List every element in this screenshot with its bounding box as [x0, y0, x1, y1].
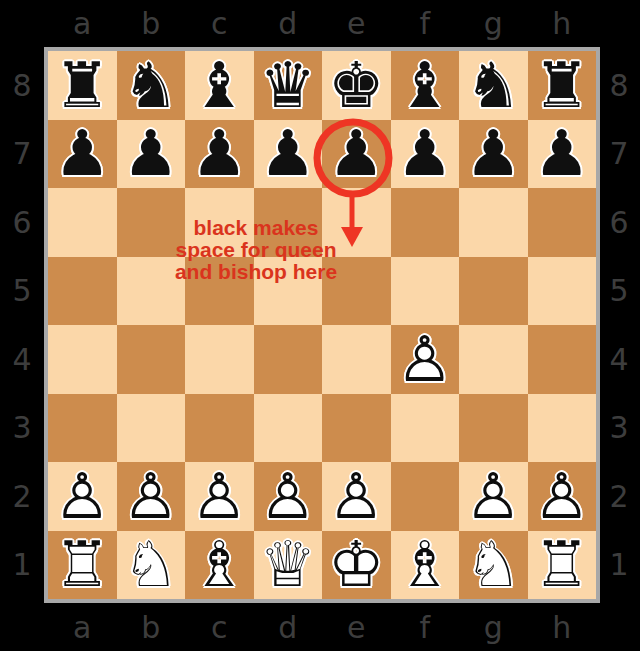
- square-h3[interactable]: [528, 394, 597, 463]
- square-b3[interactable]: [117, 394, 186, 463]
- rank-label-3: 3: [0, 394, 44, 463]
- file-label-g: g: [459, 2, 528, 44]
- file-label-c: c: [185, 605, 254, 649]
- annotation-line-1: black makes: [146, 217, 366, 239]
- black-queen-d8[interactable]: ♛: [254, 51, 323, 120]
- square-g8[interactable]: ♞: [459, 51, 528, 120]
- square-c1[interactable]: ♝♗: [185, 531, 254, 600]
- square-e4[interactable]: [322, 325, 391, 394]
- white-bishop-f1[interactable]: ♝♗: [391, 531, 460, 600]
- square-g4[interactable]: [459, 325, 528, 394]
- file-label-a: a: [48, 605, 117, 649]
- black-rook-h8[interactable]: ♜: [528, 51, 597, 120]
- white-pawn-f4[interactable]: ♟♙: [391, 325, 460, 394]
- black-rook-glyph: ♜: [528, 51, 597, 120]
- square-g1[interactable]: ♞♘: [459, 531, 528, 600]
- rank-label-5: 5: [600, 257, 638, 326]
- square-e1[interactable]: ♚♔: [322, 531, 391, 600]
- square-a4[interactable]: [48, 325, 117, 394]
- white-pawn-g2[interactable]: ♟♙: [459, 462, 528, 531]
- chess-diagram: a b c d e f g h 8 7 6 5 4 3 2 1 ♜♞♝♛♚♝♞♜…: [0, 0, 640, 651]
- square-e2[interactable]: ♟♙: [322, 462, 391, 531]
- file-label-e: e: [322, 2, 391, 44]
- square-g5[interactable]: [459, 257, 528, 326]
- file-label-c: c: [185, 2, 254, 44]
- annotation-line-3: and bishop here: [146, 261, 366, 283]
- black-king-glyph: ♚: [322, 51, 391, 120]
- black-pawn-glyph: ♟: [117, 120, 186, 189]
- black-bishop-c8[interactable]: ♝: [185, 51, 254, 120]
- square-d2[interactable]: ♟♙: [254, 462, 323, 531]
- square-f4[interactable]: ♟♙: [391, 325, 460, 394]
- annotation-text: black makes space for queen and bishop h…: [146, 217, 366, 283]
- white-king-outline-glyph: ♔: [322, 531, 391, 600]
- black-pawn-glyph: ♟: [254, 120, 323, 189]
- rank-label-2: 2: [600, 462, 638, 531]
- square-g6[interactable]: [459, 188, 528, 257]
- square-c8[interactable]: ♝: [185, 51, 254, 120]
- rank-label-5: 5: [0, 257, 44, 326]
- square-f1[interactable]: ♝♗: [391, 531, 460, 600]
- square-h6[interactable]: [528, 188, 597, 257]
- square-h8[interactable]: ♜: [528, 51, 597, 120]
- white-pawn-outline-glyph: ♙: [48, 462, 117, 531]
- square-b8[interactable]: ♞: [117, 51, 186, 120]
- white-pawn-outline-glyph: ♙: [185, 462, 254, 531]
- black-bishop-glyph: ♝: [391, 51, 460, 120]
- white-pawn-d2[interactable]: ♟♙: [254, 462, 323, 531]
- white-bishop-outline-glyph: ♗: [185, 531, 254, 600]
- square-e7[interactable]: ♟: [322, 120, 391, 189]
- white-pawn-c2[interactable]: ♟♙: [185, 462, 254, 531]
- black-queen-glyph: ♛: [254, 51, 323, 120]
- square-c4[interactable]: [185, 325, 254, 394]
- file-label-e: e: [322, 605, 391, 649]
- square-h4[interactable]: [528, 325, 597, 394]
- square-g7[interactable]: ♟: [459, 120, 528, 189]
- rank-label-1: 1: [600, 531, 638, 600]
- white-king-e1[interactable]: ♚♔: [322, 531, 391, 600]
- rank-label-4: 4: [0, 325, 44, 394]
- white-rook-outline-glyph: ♖: [48, 531, 117, 600]
- black-knight-glyph: ♞: [117, 51, 186, 120]
- black-pawn-glyph: ♟: [185, 120, 254, 189]
- black-pawn-h7[interactable]: ♟: [528, 120, 597, 189]
- square-h1[interactable]: ♜♖: [528, 531, 597, 600]
- square-h2[interactable]: ♟♙: [528, 462, 597, 531]
- black-pawn-f7[interactable]: ♟: [391, 120, 460, 189]
- white-queen-d1[interactable]: ♛♕: [254, 531, 323, 600]
- square-d8[interactable]: ♛: [254, 51, 323, 120]
- square-f7[interactable]: ♟: [391, 120, 460, 189]
- square-a2[interactable]: ♟♙: [48, 462, 117, 531]
- black-knight-glyph: ♞: [459, 51, 528, 120]
- square-b1[interactable]: ♞♘: [117, 531, 186, 600]
- white-pawn-outline-glyph: ♙: [254, 462, 323, 531]
- square-a1[interactable]: ♜♖: [48, 531, 117, 600]
- rank-label-4: 4: [600, 325, 638, 394]
- black-pawn-glyph: ♟: [322, 120, 391, 189]
- black-king-e8[interactable]: ♚: [322, 51, 391, 120]
- white-pawn-a2[interactable]: ♟♙: [48, 462, 117, 531]
- white-pawn-b2[interactable]: ♟♙: [117, 462, 186, 531]
- black-pawn-a7[interactable]: ♟: [48, 120, 117, 189]
- white-pawn-e2[interactable]: ♟♙: [322, 462, 391, 531]
- square-f3[interactable]: [391, 394, 460, 463]
- white-knight-outline-glyph: ♘: [459, 531, 528, 600]
- square-e8[interactable]: ♚: [322, 51, 391, 120]
- black-knight-g8[interactable]: ♞: [459, 51, 528, 120]
- file-labels-top: a b c d e f g h: [48, 2, 596, 44]
- square-f6[interactable]: [391, 188, 460, 257]
- file-label-g: g: [459, 605, 528, 649]
- file-label-h: h: [528, 605, 597, 649]
- rank-label-6: 6: [600, 188, 638, 257]
- white-rook-h1[interactable]: ♜♖: [528, 531, 597, 600]
- white-knight-outline-glyph: ♘: [117, 531, 186, 600]
- square-d3[interactable]: [254, 394, 323, 463]
- square-h7[interactable]: ♟: [528, 120, 597, 189]
- white-pawn-outline-glyph: ♙: [322, 462, 391, 531]
- white-rook-a1[interactable]: ♜♖: [48, 531, 117, 600]
- rank-labels-right: 8 7 6 5 4 3 2 1: [600, 51, 638, 599]
- file-label-b: b: [117, 605, 186, 649]
- rank-label-7: 7: [0, 120, 44, 189]
- square-b7[interactable]: ♟: [117, 120, 186, 189]
- square-a3[interactable]: [48, 394, 117, 463]
- square-c7[interactable]: ♟: [185, 120, 254, 189]
- rank-label-2: 2: [0, 462, 44, 531]
- white-pawn-h2[interactable]: ♟♙: [528, 462, 597, 531]
- black-pawn-e7[interactable]: ♟: [322, 120, 391, 189]
- black-knight-b8[interactable]: ♞: [117, 51, 186, 120]
- square-b2[interactable]: ♟♙: [117, 462, 186, 531]
- white-pawn-outline-glyph: ♙: [459, 462, 528, 531]
- white-pawn-outline-glyph: ♙: [528, 462, 597, 531]
- black-pawn-g7[interactable]: ♟: [459, 120, 528, 189]
- file-label-d: d: [254, 2, 323, 44]
- white-bishop-c1[interactable]: ♝♗: [185, 531, 254, 600]
- black-pawn-glyph: ♟: [459, 120, 528, 189]
- black-pawn-c7[interactable]: ♟: [185, 120, 254, 189]
- black-pawn-glyph: ♟: [391, 120, 460, 189]
- square-c2[interactable]: ♟♙: [185, 462, 254, 531]
- black-bishop-glyph: ♝: [185, 51, 254, 120]
- file-label-a: a: [48, 2, 117, 44]
- file-label-h: h: [528, 2, 597, 44]
- square-f5[interactable]: [391, 257, 460, 326]
- square-a6[interactable]: [48, 188, 117, 257]
- square-h5[interactable]: [528, 257, 597, 326]
- white-queen-outline-glyph: ♕: [254, 531, 323, 600]
- square-e3[interactable]: [322, 394, 391, 463]
- square-d7[interactable]: ♟: [254, 120, 323, 189]
- rank-label-3: 3: [600, 394, 638, 463]
- file-label-b: b: [117, 2, 186, 44]
- black-pawn-glyph: ♟: [48, 120, 117, 189]
- board: ♜♞♝♛♚♝♞♜♟♟♟♟♟♟♟♟♟♙♟♙♟♙♟♙♟♙♟♙♟♙♟♙♜♖♞♘♝♗♛♕…: [44, 47, 600, 603]
- rank-label-8: 8: [600, 51, 638, 120]
- file-label-d: d: [254, 605, 323, 649]
- black-rook-a8[interactable]: ♜: [48, 51, 117, 120]
- white-pawn-outline-glyph: ♙: [391, 325, 460, 394]
- square-f8[interactable]: ♝: [391, 51, 460, 120]
- square-a8[interactable]: ♜: [48, 51, 117, 120]
- square-d1[interactable]: ♛♕: [254, 531, 323, 600]
- square-a5[interactable]: [48, 257, 117, 326]
- black-rook-glyph: ♜: [48, 51, 117, 120]
- square-b4[interactable]: [117, 325, 186, 394]
- white-pawn-outline-glyph: ♙: [117, 462, 186, 531]
- file-label-f: f: [391, 605, 460, 649]
- annotation-line-2: space for queen: [146, 239, 366, 261]
- rank-label-8: 8: [0, 51, 44, 120]
- rank-label-7: 7: [600, 120, 638, 189]
- black-pawn-b7[interactable]: ♟: [117, 120, 186, 189]
- square-f2[interactable]: [391, 462, 460, 531]
- white-rook-outline-glyph: ♖: [528, 531, 597, 600]
- file-label-f: f: [391, 2, 460, 44]
- black-pawn-d7[interactable]: ♟: [254, 120, 323, 189]
- square-a7[interactable]: ♟: [48, 120, 117, 189]
- square-g3[interactable]: [459, 394, 528, 463]
- square-d4[interactable]: [254, 325, 323, 394]
- rank-label-6: 6: [0, 188, 44, 257]
- white-knight-g1[interactable]: ♞♘: [459, 531, 528, 600]
- square-g2[interactable]: ♟♙: [459, 462, 528, 531]
- rank-labels-left: 8 7 6 5 4 3 2 1: [0, 51, 44, 599]
- black-bishop-f8[interactable]: ♝: [391, 51, 460, 120]
- square-c3[interactable]: [185, 394, 254, 463]
- black-pawn-glyph: ♟: [528, 120, 597, 189]
- rank-label-1: 1: [0, 531, 44, 600]
- white-knight-b1[interactable]: ♞♘: [117, 531, 186, 600]
- file-labels-bottom: a b c d e f g h: [48, 605, 596, 649]
- white-bishop-outline-glyph: ♗: [391, 531, 460, 600]
